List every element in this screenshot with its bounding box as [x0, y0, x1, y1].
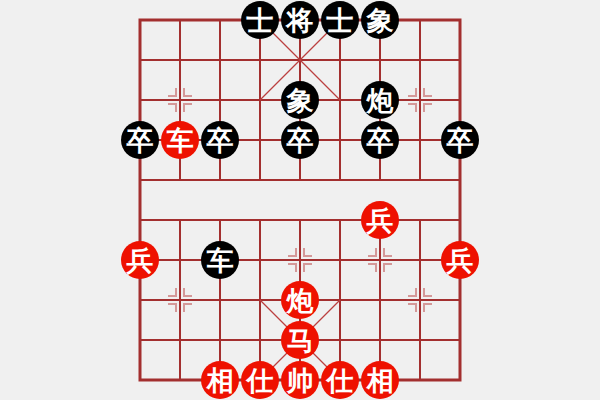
black-pawn-1[interactable]: 卒 [121, 121, 159, 159]
black-pawn-2[interactable]: 卒 [201, 121, 239, 159]
xiangqi-screenshot: 士将士象象炮卒卒卒卒卒车车兵兵兵炮马相仕帅仕相 [0, 0, 600, 400]
black-chariot[interactable]: 车 [201, 241, 239, 279]
black-advisor-2[interactable]: 士 [321, 1, 359, 39]
black-elephant-1[interactable]: 象 [361, 1, 399, 39]
black-pawn-5[interactable]: 卒 [441, 121, 479, 159]
black-cannon[interactable]: 炮 [361, 81, 399, 119]
red-chariot[interactable]: 车 [161, 121, 199, 159]
red-pawn-3[interactable]: 兵 [441, 241, 479, 279]
red-cannon[interactable]: 炮 [281, 281, 319, 319]
red-pawn-2[interactable]: 兵 [121, 241, 159, 279]
red-advisor-2[interactable]: 仕 [321, 361, 359, 399]
black-pawn-3[interactable]: 卒 [281, 121, 319, 159]
red-general[interactable]: 帅 [281, 361, 319, 399]
red-elephant-2[interactable]: 相 [361, 361, 399, 399]
black-advisor-1[interactable]: 士 [241, 1, 279, 39]
red-advisor-1[interactable]: 仕 [241, 361, 279, 399]
red-horse[interactable]: 马 [281, 321, 319, 359]
black-elephant-2[interactable]: 象 [281, 81, 319, 119]
board-intersections: 士将士象象炮卒卒卒卒卒车车兵兵兵炮马相仕帅仕相 [120, 0, 480, 400]
red-pawn-1[interactable]: 兵 [361, 201, 399, 239]
black-pawn-4[interactable]: 卒 [361, 121, 399, 159]
red-elephant-1[interactable]: 相 [201, 361, 239, 399]
black-general[interactable]: 将 [281, 1, 319, 39]
